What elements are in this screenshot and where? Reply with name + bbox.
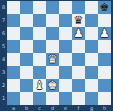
- square-c6[interactable]: [33, 27, 46, 40]
- square-c4[interactable]: [33, 53, 46, 66]
- piece-white-king[interactable]: ♚: [46, 79, 59, 92]
- rank-label-4: 4: [0, 53, 7, 66]
- square-e6[interactable]: [59, 27, 72, 40]
- square-g3[interactable]: [85, 66, 98, 79]
- square-d6[interactable]: [46, 27, 59, 40]
- square-c7[interactable]: [33, 14, 46, 27]
- square-b7[interactable]: [20, 14, 33, 27]
- square-b8[interactable]: [20, 1, 33, 14]
- square-d4[interactable]: ♛: [46, 53, 59, 66]
- file-label-e: e: [59, 105, 72, 111]
- square-a6[interactable]: [7, 27, 20, 40]
- square-c8[interactable]: [33, 1, 46, 14]
- rank-label-3: 3: [0, 66, 7, 79]
- square-h3[interactable]: [98, 66, 111, 79]
- square-b6[interactable]: [20, 27, 33, 40]
- square-a4[interactable]: [7, 53, 20, 66]
- square-a5[interactable]: [7, 40, 20, 53]
- square-b2[interactable]: [20, 79, 33, 92]
- square-f2[interactable]: [72, 79, 85, 92]
- square-b5[interactable]: [20, 40, 33, 53]
- chess-board: ♚♛♟♟♛♝♚: [7, 1, 111, 105]
- piece-white-pawn[interactable]: ♟: [98, 27, 111, 40]
- square-d2[interactable]: ♚: [46, 79, 59, 92]
- square-b4[interactable]: [20, 53, 33, 66]
- square-g2[interactable]: [85, 79, 98, 92]
- piece-white-pawn[interactable]: ♟: [72, 27, 85, 40]
- square-c1[interactable]: [33, 92, 46, 105]
- square-d7[interactable]: [46, 14, 59, 27]
- piece-white-queen[interactable]: ♛: [46, 53, 59, 66]
- square-a2[interactable]: [7, 79, 20, 92]
- file-label-f: f: [72, 105, 85, 111]
- square-d8[interactable]: [46, 1, 59, 14]
- rank-label-1: 1: [0, 92, 7, 105]
- square-g6[interactable]: [85, 27, 98, 40]
- square-h8[interactable]: ♚: [98, 1, 111, 14]
- square-c2[interactable]: ♝: [33, 79, 46, 92]
- file-label-g: g: [85, 105, 98, 111]
- file-label-a: a: [7, 105, 20, 111]
- square-b1[interactable]: [20, 92, 33, 105]
- square-d1[interactable]: [46, 92, 59, 105]
- rank-label-6: 6: [0, 27, 7, 40]
- piece-white-bishop[interactable]: ♝: [33, 79, 46, 92]
- square-h6[interactable]: ♟: [98, 27, 111, 40]
- square-g7[interactable]: [85, 14, 98, 27]
- square-g8[interactable]: [85, 1, 98, 14]
- file-labels: abcdefgh: [7, 105, 111, 111]
- square-f3[interactable]: [72, 66, 85, 79]
- square-e5[interactable]: [59, 40, 72, 53]
- square-h4[interactable]: [98, 53, 111, 66]
- square-f5[interactable]: [72, 40, 85, 53]
- rank-label-5: 5: [0, 40, 7, 53]
- square-e2[interactable]: [59, 79, 72, 92]
- piece-black-king[interactable]: ♚: [98, 1, 111, 14]
- chess-board-frame: 87654321 ♚♛♟♟♛♝♚ abcdefgh: [0, 0, 113, 111]
- square-e8[interactable]: [59, 1, 72, 14]
- square-a7[interactable]: [7, 14, 20, 27]
- square-a1[interactable]: [7, 92, 20, 105]
- file-label-h: h: [98, 105, 111, 111]
- square-g1[interactable]: [85, 92, 98, 105]
- square-e7[interactable]: [59, 14, 72, 27]
- rank-label-8: 8: [0, 1, 7, 14]
- square-h5[interactable]: [98, 40, 111, 53]
- square-h1[interactable]: [98, 92, 111, 105]
- rank-label-2: 2: [0, 79, 7, 92]
- square-g4[interactable]: [85, 53, 98, 66]
- rank-label-7: 7: [0, 14, 7, 27]
- square-a8[interactable]: [7, 1, 20, 14]
- square-f6[interactable]: ♟: [72, 27, 85, 40]
- square-e4[interactable]: [59, 53, 72, 66]
- square-a3[interactable]: [7, 66, 20, 79]
- file-label-c: c: [33, 105, 46, 111]
- square-f4[interactable]: [72, 53, 85, 66]
- square-c5[interactable]: [33, 40, 46, 53]
- file-label-d: d: [46, 105, 59, 111]
- square-e3[interactable]: [59, 66, 72, 79]
- square-e1[interactable]: [59, 92, 72, 105]
- square-g5[interactable]: [85, 40, 98, 53]
- square-b3[interactable]: [20, 66, 33, 79]
- square-f1[interactable]: [72, 92, 85, 105]
- file-label-b: b: [20, 105, 33, 111]
- rank-labels: 87654321: [0, 1, 7, 105]
- square-h2[interactable]: [98, 79, 111, 92]
